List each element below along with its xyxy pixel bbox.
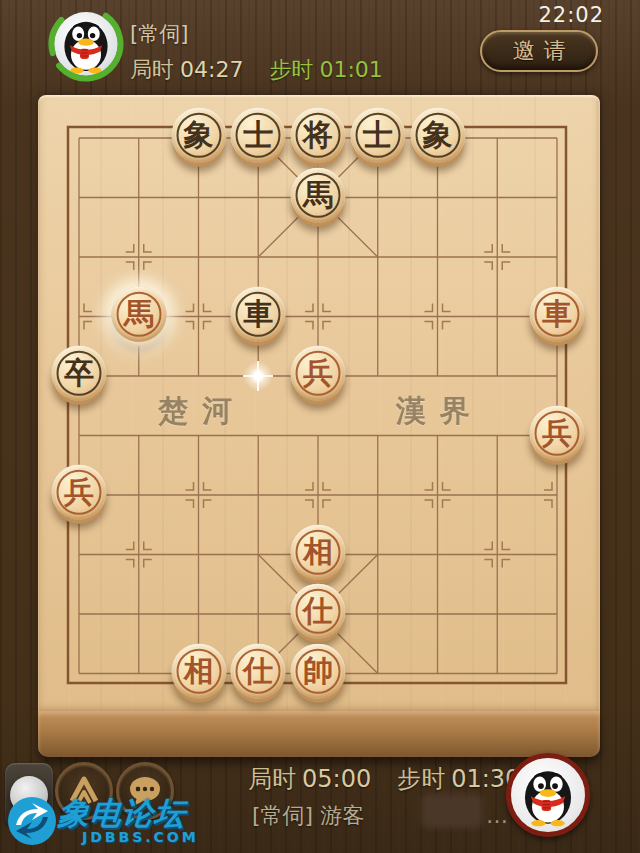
- piece-将[interactable]: 将: [291, 108, 346, 163]
- piece-士[interactable]: 士: [350, 108, 405, 163]
- piece-象[interactable]: 象: [171, 108, 226, 163]
- piece-卒[interactable]: 卒: [52, 346, 107, 401]
- piece-車[interactable]: 車: [530, 286, 585, 341]
- piece-相[interactable]: 相: [291, 524, 346, 579]
- piece-character: 兵: [291, 346, 346, 401]
- piece-character: 士: [350, 108, 405, 163]
- piece-character: 帥: [291, 643, 346, 698]
- piece-character: 卒: [52, 346, 107, 401]
- river-label-left: 楚河: [158, 391, 246, 432]
- blurred-username: [421, 794, 483, 828]
- top-bar: [常伺] 局时04:27步时01:01 22:02 邀请: [0, 0, 640, 95]
- forum-watermark: 象电论坛 JDBBS.COM: [6, 793, 236, 853]
- top-player-avatar[interactable]: [48, 6, 124, 82]
- piece-帥[interactable]: 帥: [291, 643, 346, 698]
- piece-仕[interactable]: 仕: [291, 584, 346, 639]
- bottom-player-name: [常伺] 游客: [252, 801, 364, 831]
- piece-character: 相: [291, 524, 346, 579]
- piece-character: 象: [171, 108, 226, 163]
- piece-士[interactable]: 士: [231, 108, 286, 163]
- system-clock: 22:02: [538, 3, 604, 27]
- piece-兵[interactable]: 兵: [530, 405, 585, 460]
- piece-車[interactable]: 車: [231, 286, 286, 341]
- piece-character: 兵: [530, 405, 585, 460]
- piece-character: 馬: [291, 167, 346, 222]
- piece-character: 仕: [291, 584, 346, 639]
- invite-button[interactable]: 邀请: [480, 30, 598, 72]
- piece-character: 将: [291, 108, 346, 163]
- move-time-value: 01:01: [319, 57, 382, 82]
- piece-character: 士: [231, 108, 286, 163]
- piece-character: 象: [410, 108, 465, 163]
- watermark-swirl-icon: [6, 795, 58, 847]
- watermark-subtitle: JDBBS.COM: [82, 829, 199, 845]
- piece-character: 馬: [111, 286, 166, 341]
- username-ellipsis: …: [486, 803, 510, 828]
- piece-character: 車: [231, 286, 286, 341]
- game-time-label: 局时: [248, 765, 296, 793]
- move-time-label: 步时: [397, 765, 445, 793]
- piece-character: 車: [530, 286, 585, 341]
- piece-兵[interactable]: 兵: [291, 346, 346, 401]
- piece-仕[interactable]: 仕: [231, 643, 286, 698]
- piece-馬[interactable]: 馬: [111, 286, 166, 341]
- move-time-label: 步时: [269, 57, 313, 82]
- board-front-edge: [38, 711, 600, 757]
- top-player-times: 局时04:27步时01:01: [130, 55, 383, 85]
- qq-penguin-icon: [516, 761, 580, 829]
- piece-character: 相: [171, 643, 226, 698]
- top-player-name: [常伺]: [130, 20, 188, 48]
- piece-馬[interactable]: 馬: [291, 167, 346, 222]
- game-time-value: 05:00: [302, 765, 371, 793]
- piece-character: 兵: [52, 465, 107, 520]
- xiangqi-board[interactable]: 楚河 漢界 象士将士象馬車卒馬車兵兵兵相仕相仕帥: [38, 95, 600, 713]
- piece-兵[interactable]: 兵: [52, 465, 107, 520]
- green-progress-ring: [48, 6, 124, 82]
- river-label-right: 漢界: [396, 391, 484, 432]
- bottom-player-times: 局时05:00步时01:30: [248, 763, 520, 795]
- piece-象[interactable]: 象: [410, 108, 465, 163]
- piece-相[interactable]: 相: [171, 643, 226, 698]
- game-time-value: 04:27: [180, 57, 243, 82]
- piece-character: 仕: [231, 643, 286, 698]
- game-time-label: 局时: [130, 57, 174, 82]
- bottom-player-avatar[interactable]: [506, 753, 590, 837]
- last-move-origin-marker: [241, 359, 275, 393]
